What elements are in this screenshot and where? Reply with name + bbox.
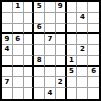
cell-r2c5-empty[interactable] bbox=[45, 13, 56, 24]
cell-r9c1-empty[interactable] bbox=[2, 88, 13, 99]
cell-r2c3-empty[interactable] bbox=[24, 13, 35, 24]
cell-r7c6-empty[interactable] bbox=[56, 67, 67, 78]
cell-r8c8-empty[interactable] bbox=[77, 77, 88, 88]
cell-r3c8-empty[interactable] bbox=[77, 24, 88, 35]
cell-r1c9-empty[interactable] bbox=[88, 2, 99, 13]
cell-r4c9-empty[interactable] bbox=[88, 34, 99, 45]
sudoku-board: 15946967428156724 bbox=[0, 0, 101, 101]
cell-r3c2-empty[interactable] bbox=[13, 24, 24, 35]
cell-r5c6-empty[interactable] bbox=[56, 45, 67, 56]
cell-r9c7-empty[interactable] bbox=[67, 88, 78, 99]
cell-r7c3-empty[interactable] bbox=[24, 67, 35, 78]
cell-r3c6-empty[interactable] bbox=[56, 24, 67, 35]
cell-r7c9-given[interactable]: 6 bbox=[88, 67, 99, 78]
cell-r4c1-given[interactable]: 9 bbox=[2, 34, 13, 45]
cell-r4c7-empty[interactable] bbox=[67, 34, 78, 45]
cell-r6c2-empty[interactable] bbox=[13, 56, 24, 67]
cell-r6c3-empty[interactable] bbox=[24, 56, 35, 67]
cell-r5c8-given[interactable]: 2 bbox=[77, 45, 88, 56]
cell-r5c2-empty[interactable] bbox=[13, 45, 24, 56]
cell-r8c5-empty[interactable] bbox=[45, 77, 56, 88]
cell-r7c8-empty[interactable] bbox=[77, 67, 88, 78]
cell-r3c5-empty[interactable] bbox=[45, 24, 56, 35]
cell-r4c3-empty[interactable] bbox=[24, 34, 35, 45]
cell-r8c1-given[interactable]: 7 bbox=[2, 77, 13, 88]
cell-r6c8-empty[interactable] bbox=[77, 56, 88, 67]
cell-r7c1-empty[interactable] bbox=[2, 67, 13, 78]
cell-r2c7-empty[interactable] bbox=[67, 13, 78, 24]
cell-r1c4-given[interactable]: 5 bbox=[34, 2, 45, 13]
cell-r5c3-empty[interactable] bbox=[24, 45, 35, 56]
cell-r5c1-given[interactable]: 4 bbox=[2, 45, 13, 56]
cell-r9c2-empty[interactable] bbox=[13, 88, 24, 99]
cell-r9c6-empty[interactable] bbox=[56, 88, 67, 99]
cell-r6c9-empty[interactable] bbox=[88, 56, 99, 67]
cell-r4c8-empty[interactable] bbox=[77, 34, 88, 45]
cell-r2c6-empty[interactable] bbox=[56, 13, 67, 24]
cell-r1c7-empty[interactable] bbox=[67, 2, 78, 13]
cell-r2c4-empty[interactable] bbox=[34, 13, 45, 24]
cell-r6c6-empty[interactable] bbox=[56, 56, 67, 67]
cell-r5c5-empty[interactable] bbox=[45, 45, 56, 56]
cell-r6c5-empty[interactable] bbox=[45, 56, 56, 67]
cell-r4c4-empty[interactable] bbox=[34, 34, 45, 45]
cell-r6c7-given[interactable]: 1 bbox=[67, 56, 78, 67]
cell-r1c5-empty[interactable] bbox=[45, 2, 56, 13]
cell-r8c4-empty[interactable] bbox=[34, 77, 45, 88]
cell-r9c8-empty[interactable] bbox=[77, 88, 88, 99]
cell-r3c1-empty[interactable] bbox=[2, 24, 13, 35]
cell-r5c7-empty[interactable] bbox=[67, 45, 78, 56]
cell-r9c5-given[interactable]: 4 bbox=[45, 88, 56, 99]
cell-r4c2-given[interactable]: 6 bbox=[13, 34, 24, 45]
cell-r2c1-empty[interactable] bbox=[2, 13, 13, 24]
cell-r6c4-given[interactable]: 8 bbox=[34, 56, 45, 67]
cell-r2c9-empty[interactable] bbox=[88, 13, 99, 24]
cell-r7c7-given[interactable]: 5 bbox=[67, 67, 78, 78]
cell-r8c6-given[interactable]: 2 bbox=[56, 77, 67, 88]
cell-r2c8-given[interactable]: 4 bbox=[77, 13, 88, 24]
cell-r6c1-empty[interactable] bbox=[2, 56, 13, 67]
cell-r8c2-empty[interactable] bbox=[13, 77, 24, 88]
cell-r8c3-empty[interactable] bbox=[24, 77, 35, 88]
cell-r1c1-empty[interactable] bbox=[2, 2, 13, 13]
cell-r1c3-empty[interactable] bbox=[24, 2, 35, 13]
cell-r3c9-empty[interactable] bbox=[88, 24, 99, 35]
cell-r4c5-given[interactable]: 7 bbox=[45, 34, 56, 45]
cell-r9c3-empty[interactable] bbox=[24, 88, 35, 99]
cell-r1c6-given[interactable]: 9 bbox=[56, 2, 67, 13]
cell-r7c4-empty[interactable] bbox=[34, 67, 45, 78]
cell-r8c9-empty[interactable] bbox=[88, 77, 99, 88]
cell-r3c3-empty[interactable] bbox=[24, 24, 35, 35]
cell-r5c4-empty[interactable] bbox=[34, 45, 45, 56]
cell-r9c4-empty[interactable] bbox=[34, 88, 45, 99]
cell-r2c2-empty[interactable] bbox=[13, 13, 24, 24]
cell-r8c7-empty[interactable] bbox=[67, 77, 78, 88]
cell-r1c8-empty[interactable] bbox=[77, 2, 88, 13]
cell-r3c7-empty[interactable] bbox=[67, 24, 78, 35]
cell-r7c5-empty[interactable] bbox=[45, 67, 56, 78]
cell-r5c9-empty[interactable] bbox=[88, 45, 99, 56]
cell-r1c2-given[interactable]: 1 bbox=[13, 2, 24, 13]
cell-r9c9-empty[interactable] bbox=[88, 88, 99, 99]
cell-r3c4-given[interactable]: 6 bbox=[34, 24, 45, 35]
cell-r4c6-empty[interactable] bbox=[56, 34, 67, 45]
cell-r7c2-empty[interactable] bbox=[13, 67, 24, 78]
